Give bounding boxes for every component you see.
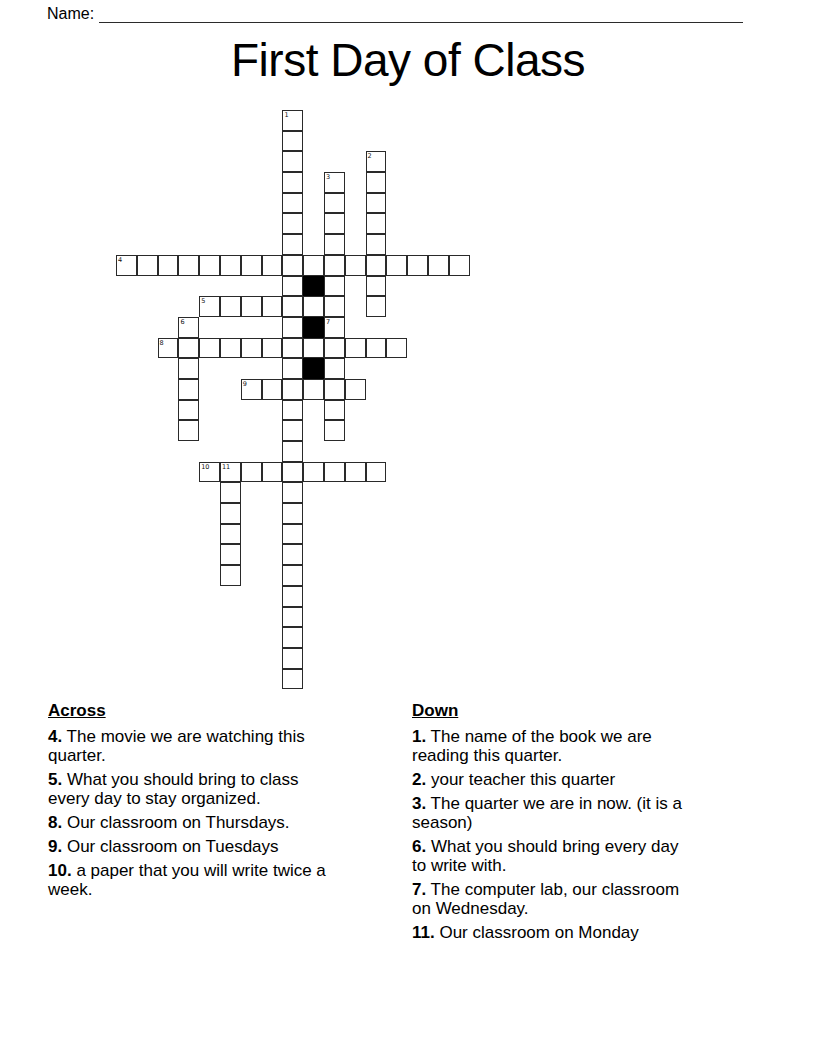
crossword-cell[interactable] (262, 338, 283, 359)
crossword-cell[interactable] (303, 255, 324, 276)
crossword-cell[interactable] (407, 255, 428, 276)
crossword-cell[interactable]: 4 (116, 255, 137, 276)
clue-number: 2 (368, 152, 372, 160)
crossword-cell[interactable] (282, 420, 303, 441)
crossword-cell[interactable]: 11 (220, 462, 241, 483)
crossword-cell[interactable] (262, 379, 283, 400)
clue-text: a paper that you will write twice a week… (48, 861, 326, 899)
crossword-cell[interactable] (324, 296, 345, 317)
clue-number: 11 (222, 463, 230, 471)
clue-number-label: 1. (412, 727, 426, 746)
clue-text: The computer lab, our classroom on Wedne… (412, 880, 679, 918)
across-clue-8: 8. Our classroom on Thursdays. (48, 813, 420, 832)
crossword-cell[interactable] (282, 276, 303, 297)
crossword-cell[interactable] (282, 379, 303, 400)
crossword-cell[interactable] (303, 462, 324, 483)
clue-number: 7 (326, 318, 330, 326)
crossword-cell[interactable] (282, 544, 303, 565)
crossword-cell[interactable] (220, 503, 241, 524)
down-clue-1: 1. The name of the book we are reading t… (412, 727, 792, 765)
crossword-cell[interactable] (282, 607, 303, 628)
clue-text: your teacher this quarter (431, 770, 615, 789)
clue-number-label: 4. (48, 727, 62, 746)
crossword-cell[interactable] (220, 296, 241, 317)
down-clue-11: 11. Our classroom on Monday (412, 923, 792, 942)
clue-number-label: 5. (48, 770, 62, 789)
crossword-cell[interactable] (178, 400, 199, 421)
crossword-cell[interactable] (324, 358, 345, 379)
blocked-cell (303, 358, 324, 379)
clue-number: 8 (160, 339, 164, 347)
crossword-cell[interactable] (303, 379, 324, 400)
across-clue-9: 9. Our classroom on Tuesdays (48, 837, 420, 856)
crossword-cell[interactable] (282, 151, 303, 172)
crossword-cell[interactable] (345, 379, 366, 400)
crossword-cell[interactable] (178, 255, 199, 276)
blocked-cell (303, 317, 324, 338)
clue-number: 5 (201, 297, 205, 305)
crossword-cell[interactable] (282, 524, 303, 545)
crossword-cell[interactable] (366, 276, 387, 297)
crossword-cell[interactable] (241, 296, 262, 317)
crossword-cell[interactable] (262, 462, 283, 483)
crossword-cell[interactable] (366, 296, 387, 317)
crossword-grid: 1234567891011 (116, 110, 470, 689)
crossword-cell[interactable]: 9 (241, 379, 262, 400)
crossword-cell[interactable]: 10 (199, 462, 220, 483)
clue-text: Our classroom on Thursdays. (67, 813, 290, 832)
crossword-cell[interactable] (241, 462, 262, 483)
crossword-cell[interactable] (282, 441, 303, 462)
crossword-cell[interactable] (282, 172, 303, 193)
clue-number: 6 (180, 318, 184, 326)
down-clue-7: 7. The computer lab, our classroom on We… (412, 880, 792, 918)
crossword-cell[interactable] (366, 462, 387, 483)
crossword-cell[interactable] (282, 482, 303, 503)
crossword-cell[interactable] (199, 255, 220, 276)
crossword-cell[interactable]: 7 (324, 317, 345, 338)
crossword-cell[interactable] (282, 213, 303, 234)
down-header: Down (412, 701, 792, 720)
crossword-cell[interactable] (282, 234, 303, 255)
crossword-cell[interactable] (178, 379, 199, 400)
crossword-cell[interactable] (324, 400, 345, 421)
crossword-cell[interactable]: 2 (366, 151, 387, 172)
clue-number-label: 2. (412, 770, 426, 789)
crossword-cell[interactable] (324, 234, 345, 255)
crossword-cell[interactable] (199, 338, 220, 359)
worksheet-page: Name: First Day of Class 1234567891011 A… (0, 0, 816, 1056)
crossword-cell[interactable] (449, 255, 470, 276)
down-clue-3: 3. The quarter we are in now. (it is a s… (412, 794, 792, 832)
name-row: Name: (47, 4, 743, 23)
crossword-cell[interactable]: 5 (199, 296, 220, 317)
crossword-cell[interactable] (282, 648, 303, 669)
clue-number-label: 8. (48, 813, 62, 832)
crossword-cell[interactable]: 3 (324, 172, 345, 193)
crossword-cell[interactable] (282, 586, 303, 607)
down-clues-section: Down 1. The name of the book we are read… (412, 701, 792, 947)
crossword-cell[interactable] (178, 358, 199, 379)
across-clue-10: 10. a paper that you will write twice a … (48, 861, 420, 899)
crossword-cell[interactable] (428, 255, 449, 276)
clue-number-label: 7. (412, 880, 426, 899)
crossword-cell[interactable]: 8 (158, 338, 179, 359)
clue-text: The movie we are watching this quarter. (48, 727, 305, 765)
clue-text: Our classroom on Tuesdays (67, 837, 279, 856)
crossword-cell[interactable] (366, 255, 387, 276)
clue-text: The name of the book we are reading this… (412, 727, 652, 765)
crossword-cell[interactable] (220, 565, 241, 586)
crossword-cell[interactable] (220, 524, 241, 545)
crossword-cell[interactable] (386, 338, 407, 359)
crossword-cell[interactable] (282, 627, 303, 648)
crossword-cell[interactable] (241, 255, 262, 276)
clue-text: The quarter we are in now. (it is a seas… (412, 794, 682, 832)
clue-number-label: 3. (412, 794, 426, 813)
across-clue-list: 4. The movie we are watching this quarte… (48, 727, 420, 899)
crossword-cell[interactable] (386, 255, 407, 276)
clue-number: 9 (243, 380, 247, 388)
crossword-cell[interactable] (324, 420, 345, 441)
clue-number-label: 10. (48, 861, 72, 880)
crossword-cell[interactable] (345, 255, 366, 276)
crossword-cell[interactable] (282, 255, 303, 276)
crossword-cell[interactable] (366, 172, 387, 193)
crossword-cell[interactable] (220, 544, 241, 565)
crossword-cell[interactable] (366, 234, 387, 255)
crossword-cell[interactable] (366, 213, 387, 234)
crossword-cell[interactable] (282, 296, 303, 317)
name-fill-line[interactable] (99, 7, 743, 23)
crossword-cell[interactable] (282, 193, 303, 214)
clue-number: 10 (201, 463, 209, 471)
crossword-cell[interactable] (324, 338, 345, 359)
crossword-cell[interactable] (262, 255, 283, 276)
crossword-cell[interactable] (262, 296, 283, 317)
crossword-cell[interactable] (137, 255, 158, 276)
crossword-cell[interactable] (178, 420, 199, 441)
down-clue-2: 2. your teacher this quarter (412, 770, 792, 789)
clue-number-label: 6. (412, 837, 426, 856)
crossword-cell[interactable] (282, 358, 303, 379)
crossword-cell[interactable] (220, 482, 241, 503)
crossword-cell[interactable] (345, 338, 366, 359)
crossword-cell[interactable] (303, 296, 324, 317)
crossword-cell[interactable] (282, 400, 303, 421)
across-clue-4: 4. The movie we are watching this quarte… (48, 727, 420, 765)
clue-text: What you should bring every day to write… (412, 837, 679, 875)
crossword-cell[interactable] (220, 338, 241, 359)
crossword-cell[interactable] (324, 379, 345, 400)
name-label: Name: (47, 4, 94, 23)
clue-number: 1 (284, 111, 288, 119)
crossword-cell[interactable] (303, 338, 324, 359)
clue-text: What you should bring to class every day… (48, 770, 298, 808)
crossword-cell[interactable] (366, 338, 387, 359)
crossword-cell[interactable] (158, 255, 179, 276)
crossword-cell[interactable] (282, 131, 303, 152)
crossword-cell[interactable] (282, 669, 303, 690)
crossword-cell[interactable] (241, 338, 262, 359)
crossword-cell[interactable] (220, 255, 241, 276)
crossword-cell[interactable] (282, 565, 303, 586)
crossword-cell[interactable] (324, 255, 345, 276)
down-clue-6: 6. What you should bring every day to wr… (412, 837, 792, 875)
clue-number: 3 (326, 173, 330, 181)
puzzle-title: First Day of Class (0, 33, 816, 87)
clue-text: Our classroom on Monday (439, 923, 638, 942)
crossword-cell[interactable]: 6 (178, 317, 199, 338)
crossword-cell[interactable] (324, 193, 345, 214)
clue-number: 4 (118, 256, 122, 264)
blocked-cell (303, 276, 324, 297)
crossword-cell[interactable] (366, 193, 387, 214)
across-clues-section: Across 4. The movie we are watching this… (48, 701, 420, 904)
clue-number-label: 9. (48, 837, 62, 856)
crossword-cell[interactable] (345, 462, 366, 483)
crossword-cell[interactable] (178, 338, 199, 359)
crossword-cell[interactable] (282, 317, 303, 338)
crossword-cell[interactable] (282, 503, 303, 524)
across-clue-5: 5. What you should bring to class every … (48, 770, 420, 808)
crossword-cell[interactable] (282, 462, 303, 483)
crossword-cell[interactable]: 1 (282, 110, 303, 131)
crossword-cell[interactable] (324, 276, 345, 297)
across-header: Across (48, 701, 420, 720)
clue-number-label: 11. (412, 923, 435, 942)
crossword-cell[interactable] (282, 338, 303, 359)
crossword-cell[interactable] (324, 213, 345, 234)
crossword-cell[interactable] (324, 462, 345, 483)
down-clue-list: 1. The name of the book we are reading t… (412, 727, 792, 942)
